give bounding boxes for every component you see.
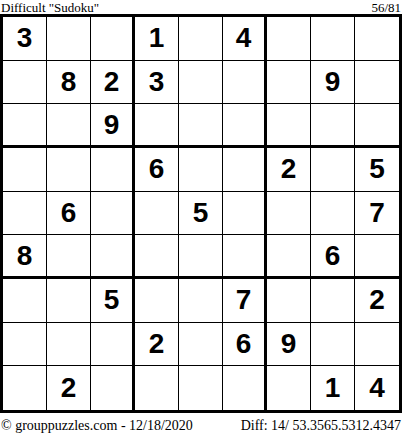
cell-r6c3-empty[interactable] [91,235,135,279]
cell-r3c5-empty[interactable] [179,104,223,148]
cell-r8c1-empty[interactable] [3,323,47,367]
cell-r6c6-empty[interactable] [223,235,267,279]
cell-r4c7-given-2: 2 [267,148,311,192]
cell-r5c5-given-5: 5 [179,192,223,236]
cell-r9c1-empty[interactable] [3,366,47,410]
cell-r7c6-given-7: 7 [223,279,267,323]
cell-r8c4-given-2: 2 [135,323,179,367]
cell-r3c8-empty[interactable] [311,104,355,148]
cell-r2c1-empty[interactable] [3,61,47,105]
puzzle-title: Difficult "Sudoku" [1,1,99,14]
difficulty-text: Diff: 14/ 53.3565.5312.4347 [241,418,401,434]
cell-r9c9-given-4: 4 [355,366,399,410]
cell-r1c6-given-4: 4 [223,17,267,61]
cell-r5c4-empty[interactable] [135,192,179,236]
cell-r9c3-empty[interactable] [91,366,135,410]
cell-r7c7-empty[interactable] [267,279,311,323]
cell-r2c2-given-8: 8 [47,61,91,105]
cell-r2c4-given-3: 3 [135,61,179,105]
cell-r5c3-empty[interactable] [91,192,135,236]
cell-r5c2-given-6: 6 [47,192,91,236]
cell-r7c5-empty[interactable] [179,279,223,323]
sudoku-page: Difficult "Sudoku" 56/81 314823996256578… [0,0,402,437]
cell-r7c3-given-5: 5 [91,279,135,323]
cell-r4c2-empty[interactable] [47,148,91,192]
cell-r1c8-empty[interactable] [311,17,355,61]
cell-r8c8-empty[interactable] [311,323,355,367]
cell-r3c1-empty[interactable] [3,104,47,148]
empty-cell-counter: 56/81 [371,1,401,14]
cell-r9c7-empty[interactable] [267,366,311,410]
cell-r5c8-empty[interactable] [311,192,355,236]
cell-r4c1-empty[interactable] [3,148,47,192]
cell-r7c4-empty[interactable] [135,279,179,323]
cell-r3c6-empty[interactable] [223,104,267,148]
cell-r6c9-empty[interactable] [355,235,399,279]
cell-r2c8-given-9: 9 [311,61,355,105]
cell-r8c2-empty[interactable] [47,323,91,367]
cell-r3c3-given-9: 9 [91,104,135,148]
cell-r3c4-empty[interactable] [135,104,179,148]
cell-r6c2-empty[interactable] [47,235,91,279]
cell-r6c7-empty[interactable] [267,235,311,279]
cell-r9c2-given-2: 2 [47,366,91,410]
cell-r3c2-empty[interactable] [47,104,91,148]
cell-r4c3-empty[interactable] [91,148,135,192]
footer: © grouppuzzles.com - 12/18/2020 Diff: 14… [0,413,402,437]
copyright-text: © grouppuzzles.com - 12/18/2020 [1,418,193,434]
cell-r2c9-empty[interactable] [355,61,399,105]
cell-r8c6-given-6: 6 [223,323,267,367]
cell-r1c1-given-3: 3 [3,17,47,61]
cell-r1c4-given-1: 1 [135,17,179,61]
cell-r2c7-empty[interactable] [267,61,311,105]
cell-r3c7-empty[interactable] [267,104,311,148]
cell-r3c9-empty[interactable] [355,104,399,148]
cell-r7c2-empty[interactable] [47,279,91,323]
sudoku-board: 3148239962565786572269214 [0,14,402,413]
cell-r9c4-empty[interactable] [135,366,179,410]
cell-r6c5-empty[interactable] [179,235,223,279]
cell-r4c5-empty[interactable] [179,148,223,192]
cell-r1c3-empty[interactable] [91,17,135,61]
cell-r8c3-empty[interactable] [91,323,135,367]
cell-r2c5-empty[interactable] [179,61,223,105]
cell-r6c8-given-6: 6 [311,235,355,279]
cell-r1c5-empty[interactable] [179,17,223,61]
cell-r1c9-empty[interactable] [355,17,399,61]
cell-r6c1-given-8: 8 [3,235,47,279]
cell-r7c9-given-2: 2 [355,279,399,323]
cell-r7c1-empty[interactable] [3,279,47,323]
cell-r5c9-given-7: 7 [355,192,399,236]
cell-r9c6-empty[interactable] [223,366,267,410]
cell-r5c6-empty[interactable] [223,192,267,236]
cell-r1c7-empty[interactable] [267,17,311,61]
cell-r5c7-empty[interactable] [267,192,311,236]
cell-r2c3-given-2: 2 [91,61,135,105]
cell-r2c6-empty[interactable] [223,61,267,105]
cell-r4c9-given-5: 5 [355,148,399,192]
cell-r9c8-given-1: 1 [311,366,355,410]
cell-r8c9-empty[interactable] [355,323,399,367]
cell-r7c8-empty[interactable] [311,279,355,323]
cell-r9c5-empty[interactable] [179,366,223,410]
cell-r4c6-empty[interactable] [223,148,267,192]
cell-r8c5-empty[interactable] [179,323,223,367]
cell-r1c2-empty[interactable] [47,17,91,61]
cell-r6c4-empty[interactable] [135,235,179,279]
cell-r4c4-given-6: 6 [135,148,179,192]
cell-r4c8-empty[interactable] [311,148,355,192]
cell-r8c7-given-9: 9 [267,323,311,367]
header: Difficult "Sudoku" 56/81 [0,0,402,14]
cell-r5c1-empty[interactable] [3,192,47,236]
